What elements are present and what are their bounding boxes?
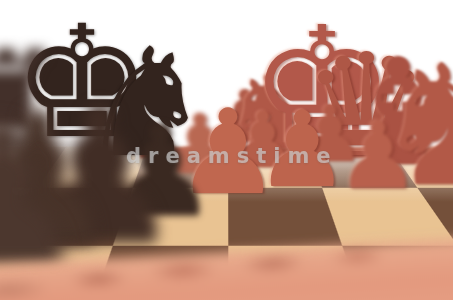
chess-photo-stage: ♜♚♞♟♟♟♟♟♟♞♚♛♝♞♟♟♟♟♟ dreamstime xyxy=(0,0,453,300)
red-knight: ♞ xyxy=(372,43,453,211)
